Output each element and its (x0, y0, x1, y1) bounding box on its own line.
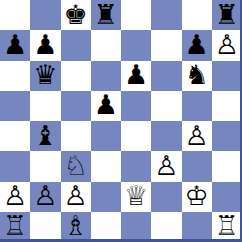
square-b3[interactable] (30, 151, 60, 181)
black-pawn-piece[interactable]: ♟ (3, 31, 27, 58)
square-b2[interactable]: ♙ (30, 182, 60, 212)
square-d1[interactable] (91, 212, 121, 242)
square-d6[interactable] (91, 61, 121, 91)
square-b6[interactable]: ♛ (30, 61, 60, 91)
square-e7[interactable] (121, 30, 151, 60)
square-g3[interactable] (182, 151, 212, 181)
white-rook-piece[interactable]: ♖ (215, 212, 239, 239)
square-f6[interactable] (151, 61, 181, 91)
square-f3[interactable]: ♙ (151, 151, 181, 181)
white-knight-piece[interactable]: ♘ (64, 152, 88, 179)
square-h6[interactable] (212, 61, 242, 91)
white-rook-piece[interactable]: ♖ (3, 212, 27, 239)
white-pawn-piece[interactable]: ♙ (215, 31, 239, 58)
square-c7[interactable] (61, 30, 91, 60)
black-queen-piece[interactable]: ♛ (33, 61, 57, 88)
square-c2[interactable]: ♙ (61, 182, 91, 212)
black-pawn-piece[interactable]: ♟ (124, 61, 148, 88)
white-pawn-piece[interactable]: ♙ (33, 182, 57, 209)
square-g6[interactable]: ♞ (182, 61, 212, 91)
square-f2[interactable] (151, 182, 181, 212)
square-e5[interactable] (121, 91, 151, 121)
square-a1[interactable]: ♖ (0, 212, 30, 242)
square-h8[interactable]: ♜ (212, 0, 242, 30)
square-a4[interactable] (0, 121, 30, 151)
square-d2[interactable] (91, 182, 121, 212)
white-pawn-piece[interactable]: ♙ (3, 182, 27, 209)
square-e3[interactable] (121, 151, 151, 181)
square-f5[interactable] (151, 91, 181, 121)
square-c6[interactable] (61, 61, 91, 91)
square-f8[interactable] (151, 0, 181, 30)
square-a3[interactable] (0, 151, 30, 181)
black-rook-piece[interactable]: ♜ (215, 1, 239, 28)
square-f4[interactable] (151, 121, 181, 151)
square-e6[interactable]: ♟ (121, 61, 151, 91)
square-b4[interactable]: ♝ (30, 121, 60, 151)
square-a8[interactable] (0, 0, 30, 30)
white-pawn-piece[interactable]: ♙ (185, 122, 209, 149)
square-b5[interactable] (30, 91, 60, 121)
square-b7[interactable]: ♟ (30, 30, 60, 60)
square-f7[interactable] (151, 30, 181, 60)
square-b8[interactable] (30, 0, 60, 30)
square-g7[interactable]: ♟ (182, 30, 212, 60)
black-king-piece[interactable]: ♚ (64, 1, 88, 28)
white-pawn-piece[interactable]: ♙ (154, 152, 178, 179)
square-g2[interactable]: ♔ (182, 182, 212, 212)
square-d4[interactable] (91, 121, 121, 151)
square-a7[interactable]: ♟ (0, 30, 30, 60)
board-right-edge (240, 0, 242, 242)
square-a2[interactable]: ♙ (0, 182, 30, 212)
square-d3[interactable] (91, 151, 121, 181)
square-c4[interactable] (61, 121, 91, 151)
black-bishop-piece[interactable]: ♝ (33, 122, 57, 149)
black-pawn-piece[interactable]: ♟ (33, 31, 57, 58)
square-g8[interactable] (182, 0, 212, 30)
chess-board: ♚♜♜♟♟♟♙♛♟♞♟♝♙♘♙♙♙♙♕♔♖♗♖ (0, 0, 242, 242)
white-bishop-piece[interactable]: ♗ (64, 212, 88, 239)
square-a5[interactable] (0, 91, 30, 121)
square-d7[interactable] (91, 30, 121, 60)
black-knight-piece[interactable]: ♞ (185, 61, 209, 88)
square-g5[interactable] (182, 91, 212, 121)
square-e1[interactable] (121, 212, 151, 242)
square-g1[interactable] (182, 212, 212, 242)
square-d5[interactable]: ♟ (91, 91, 121, 121)
square-c3[interactable]: ♘ (61, 151, 91, 181)
square-c5[interactable] (61, 91, 91, 121)
white-queen-piece[interactable]: ♕ (124, 182, 148, 209)
square-h1[interactable]: ♖ (212, 212, 242, 242)
black-pawn-piece[interactable]: ♟ (185, 31, 209, 58)
black-pawn-piece[interactable]: ♟ (94, 91, 118, 118)
square-a6[interactable] (0, 61, 30, 91)
white-pawn-piece[interactable]: ♙ (64, 182, 88, 209)
square-d8[interactable]: ♜ (91, 0, 121, 30)
square-e2[interactable]: ♕ (121, 182, 151, 212)
square-f1[interactable] (151, 212, 181, 242)
square-h4[interactable] (212, 121, 242, 151)
square-c1[interactable]: ♗ (61, 212, 91, 242)
square-h3[interactable] (212, 151, 242, 181)
square-h5[interactable] (212, 91, 242, 121)
square-b1[interactable] (30, 212, 60, 242)
square-e8[interactable] (121, 0, 151, 30)
black-rook-piece[interactable]: ♜ (94, 1, 118, 28)
square-g4[interactable]: ♙ (182, 121, 212, 151)
board-grid: ♚♜♜♟♟♟♙♛♟♞♟♝♙♘♙♙♙♙♕♔♖♗♖ (0, 0, 242, 242)
square-h2[interactable] (212, 182, 242, 212)
square-c8[interactable]: ♚ (61, 0, 91, 30)
white-king-piece[interactable]: ♔ (185, 182, 209, 209)
square-e4[interactable] (121, 121, 151, 151)
square-h7[interactable]: ♙ (212, 30, 242, 60)
